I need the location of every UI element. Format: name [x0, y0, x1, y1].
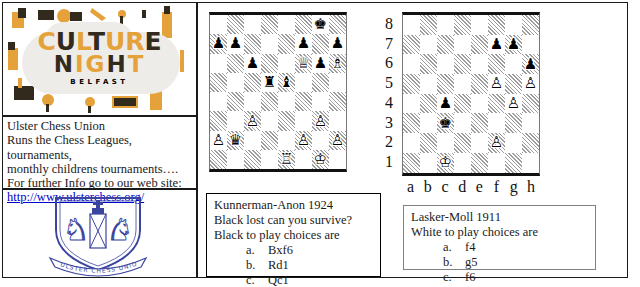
square-e5: ♝ [278, 73, 295, 92]
square-g3 [505, 113, 522, 133]
choice-b: b. Rd1 [246, 258, 373, 273]
square-b3 [420, 113, 437, 133]
white-king-piece: ♔ [314, 152, 327, 167]
flyer-page: CULTURE NIGHT BELFAST Ulster Chess Union… [0, 0, 640, 287]
rank-label: 2 [381, 132, 397, 152]
square-d5 [454, 74, 471, 94]
square-a2: ♙ [210, 131, 227, 150]
black-pawn-piece: ♟ [246, 56, 259, 71]
square-h3 [522, 113, 539, 133]
square-b5 [420, 74, 437, 94]
square-e8 [471, 15, 488, 35]
square-f8 [295, 15, 312, 34]
square-f3 [488, 113, 505, 133]
choice-c: c. Qc1 [246, 273, 373, 287]
square-a8 [210, 15, 227, 34]
square-f4 [488, 94, 505, 114]
square-d2 [454, 133, 471, 153]
black-pawn-piece: ♟ [331, 36, 344, 51]
choice-label: c. [443, 270, 465, 285]
square-b7 [420, 35, 437, 55]
rank-label: 8 [381, 14, 397, 34]
square-h6: ♗ [329, 54, 346, 73]
svg-text:♞: ♞ [63, 212, 90, 247]
choice-label: a. [246, 243, 268, 258]
puzzle-prompt: White to play choices are [411, 225, 588, 240]
square-a6 [403, 54, 420, 74]
square-g2 [312, 131, 329, 150]
logo-letter: H [106, 51, 127, 77]
puzzle-question: Black lost can you survive? [214, 213, 373, 228]
square-a7: ♟ [210, 34, 227, 53]
square-a3 [403, 113, 420, 133]
square-a4 [210, 92, 227, 111]
square-g6: ♟ [312, 54, 329, 73]
logo-subtitle-belfast: BELFAST [4, 79, 195, 86]
square-e7 [278, 34, 295, 53]
square-c2 [244, 131, 261, 150]
square-b1 [227, 150, 244, 169]
logo-letter: N [54, 51, 75, 77]
white-pawn-piece: ♙ [297, 133, 310, 148]
square-c4: ♟ [437, 94, 454, 114]
square-e4 [278, 92, 295, 111]
square-f1 [295, 150, 312, 169]
square-h1 [522, 153, 539, 173]
square-f3 [295, 111, 312, 130]
square-g8: ♚ [312, 15, 329, 34]
square-a7 [403, 35, 420, 55]
square-c5 [244, 73, 261, 92]
choice-b: b. g5 [443, 255, 588, 270]
puzzle-box-kunnerman: Kunnerman-Anon 1924 Black lost can you s… [206, 193, 381, 277]
choice-move: f6 [465, 270, 475, 285]
info-line: For further Info go to our web site: [7, 176, 195, 190]
square-h8 [329, 15, 346, 34]
black-pawn-piece: ♟ [524, 57, 537, 72]
file-label: a [402, 178, 419, 196]
square-e1: ♖ [278, 150, 295, 169]
square-g8 [505, 15, 522, 35]
square-h1 [329, 150, 346, 169]
square-c4 [244, 92, 261, 111]
black-bishop-piece: ♝ [280, 75, 293, 90]
square-e2 [471, 133, 488, 153]
file-labels: a b c d e f g h [402, 178, 540, 196]
square-a5 [210, 73, 227, 92]
square-a1 [210, 150, 227, 169]
puzzle-box-lasker: Lasker-Moll 1911 White to play choices a… [403, 205, 596, 270]
square-c1: ♔ [437, 153, 454, 173]
square-g2 [505, 133, 522, 153]
white-pawn-piece: ♙ [246, 114, 259, 129]
square-g4 [312, 92, 329, 111]
square-b1 [420, 153, 437, 173]
square-c6 [437, 54, 454, 74]
choice-a: a. Bxf6 [246, 243, 373, 258]
square-c3: ♚ [437, 113, 454, 133]
square-c5 [437, 74, 454, 94]
square-a3 [210, 111, 227, 130]
square-h8 [522, 15, 539, 35]
square-f5 [295, 73, 312, 92]
rank-label: 1 [381, 152, 397, 172]
square-d8 [454, 15, 471, 35]
choice-move: Bxf6 [268, 243, 293, 258]
white-pawn-piece: ♙ [490, 76, 503, 91]
white-rook-piece: ♖ [280, 152, 293, 167]
white-bishop-piece: ♗ [331, 56, 344, 71]
white-pawn-piece: ♙ [212, 133, 225, 148]
puzzle-title: Kunnerman-Anon 1924 [214, 198, 373, 213]
rank-label: 5 [381, 73, 397, 93]
square-d7 [261, 34, 278, 53]
black-pawn-piece: ♟ [314, 56, 327, 71]
square-a4 [403, 94, 420, 114]
square-d7 [454, 35, 471, 55]
white-pawn-piece: ♙ [524, 76, 537, 91]
square-e4 [471, 94, 488, 114]
square-d3 [454, 113, 471, 133]
square-f6: ♕ [295, 54, 312, 73]
black-queen-piece: ♛ [229, 133, 242, 148]
square-h5 [329, 73, 346, 92]
square-f2: ♙ [488, 133, 505, 153]
puzzle-prompt: Black to play choices are [214, 228, 373, 243]
choice-label: b. [246, 258, 268, 273]
square-f4 [295, 92, 312, 111]
chessboard-kunnerman-anon: ♚♟♟♟♟♟♕♟♗♜♝♙♙♙♛♙♙♖♔ [209, 12, 347, 172]
puzzle-title: Lasker-Moll 1911 [411, 210, 588, 225]
square-a5 [403, 74, 420, 94]
square-g5 [505, 74, 522, 94]
square-e3 [278, 111, 295, 130]
file-label: e [471, 178, 488, 196]
square-f6 [488, 54, 505, 74]
choice-label: b. [443, 255, 465, 270]
black-pawn-piece: ♟ [212, 36, 225, 51]
logo-letter: I [75, 51, 86, 77]
file-label: c [436, 178, 453, 196]
square-h5: ♙ [522, 74, 539, 94]
choice-move: Rd1 [268, 258, 289, 273]
square-b3 [227, 111, 244, 130]
square-d1 [261, 150, 278, 169]
logo-letter: E [145, 27, 162, 56]
square-b6 [227, 54, 244, 73]
square-e6 [471, 54, 488, 74]
square-f1 [488, 153, 505, 173]
divider [196, 2, 198, 278]
info-line: monthly childrens tournaments…. [7, 162, 195, 176]
square-c8 [437, 15, 454, 35]
square-h3 [329, 111, 346, 130]
black-pawn-piece: ♟ [297, 36, 310, 51]
file-label: f [488, 178, 505, 196]
chessboard-lasker-moll: ♟♟♟♙♙♟♙♚♙♔ [402, 12, 540, 176]
square-e6 [278, 54, 295, 73]
square-h2 [522, 133, 539, 153]
white-king-piece: ♔ [439, 155, 452, 170]
choice-move: Qc1 [268, 273, 289, 287]
org-name: Ulster Chess Union [7, 119, 195, 133]
square-b8 [227, 15, 244, 34]
square-e7 [471, 35, 488, 55]
rank-labels: 8 7 6 5 4 3 2 1 [381, 14, 397, 172]
white-pawn-piece: ♙ [490, 135, 503, 150]
square-d3 [261, 111, 278, 130]
square-g7 [312, 34, 329, 53]
choice-label: a. [443, 240, 465, 255]
rank-label: 7 [381, 34, 397, 54]
square-d2 [261, 131, 278, 150]
square-c3: ♙ [244, 111, 261, 130]
square-f8 [488, 15, 505, 35]
square-b6 [420, 54, 437, 74]
square-h4 [522, 94, 539, 114]
square-a1 [403, 153, 420, 173]
divider [2, 115, 197, 117]
info-line: Runs the Chess Leagues, tournaments, [7, 133, 195, 162]
rank-label: 6 [381, 53, 397, 73]
square-b5 [227, 73, 244, 92]
square-g1: ♔ [312, 150, 329, 169]
square-h7: ♟ [329, 34, 346, 53]
square-g1 [505, 153, 522, 173]
square-a8 [403, 15, 420, 35]
logo-title-night: NIGHT [4, 54, 195, 76]
square-f7: ♟ [488, 35, 505, 55]
square-f7: ♟ [295, 34, 312, 53]
white-pawn-piece: ♙ [507, 96, 520, 111]
black-pawn-piece: ♟ [229, 36, 242, 51]
logo-wordmark: CULTURE NIGHT BELFAST [4, 30, 195, 85]
square-b2: ♛ [227, 131, 244, 150]
square-b7: ♟ [227, 34, 244, 53]
square-e2 [278, 131, 295, 150]
white-queen-piece: ♕ [297, 56, 310, 71]
square-b4 [420, 94, 437, 114]
choice-move: g5 [465, 255, 478, 270]
square-e8 [278, 15, 295, 34]
file-label: b [419, 178, 436, 196]
square-g6 [505, 54, 522, 74]
black-pawn-piece: ♟ [507, 37, 520, 52]
choice-label: c. [246, 273, 268, 287]
square-e3 [471, 113, 488, 133]
square-d6 [454, 54, 471, 74]
choice-c: c. f6 [443, 270, 588, 285]
file-label: g [505, 178, 522, 196]
rank-label: 3 [381, 113, 397, 133]
culture-night-logo: CULTURE NIGHT BELFAST [4, 4, 195, 114]
square-c7 [244, 34, 261, 53]
square-c8 [244, 15, 261, 34]
square-h7 [522, 35, 539, 55]
square-c6: ♟ [244, 54, 261, 73]
square-e1 [471, 153, 488, 173]
logo-letter: G [85, 51, 106, 77]
rank-label: 4 [381, 93, 397, 113]
square-c1 [244, 150, 261, 169]
square-b4 [227, 92, 244, 111]
square-d6 [261, 54, 278, 73]
square-h6: ♟ [522, 54, 539, 74]
square-f5: ♙ [488, 74, 505, 94]
square-g4: ♙ [505, 94, 522, 114]
black-pawn-piece: ♟ [439, 96, 452, 111]
square-g5 [312, 73, 329, 92]
square-c7 [437, 35, 454, 55]
file-label: h [522, 178, 539, 196]
white-pawn-piece: ♙ [314, 114, 327, 129]
black-king-piece: ♚ [439, 116, 452, 131]
white-pawn-piece: ♙ [331, 133, 344, 148]
black-pawn-piece: ♟ [490, 37, 503, 52]
square-h2: ♙ [329, 131, 346, 150]
square-d8 [261, 15, 278, 34]
black-rook-piece: ♜ [263, 75, 276, 90]
square-a6 [210, 54, 227, 73]
square-d5: ♜ [261, 73, 278, 92]
square-c2 [437, 133, 454, 153]
choice-move: f4 [465, 240, 475, 255]
file-label: d [454, 178, 471, 196]
square-f2: ♙ [295, 131, 312, 150]
square-g3: ♙ [312, 111, 329, 130]
square-d1 [454, 153, 471, 173]
square-d4 [261, 92, 278, 111]
square-h4 [329, 92, 346, 111]
square-a2 [403, 133, 420, 153]
logo-letter: T [128, 51, 146, 77]
square-g7: ♟ [505, 35, 522, 55]
choice-a: a. f4 [443, 240, 588, 255]
square-e5 [471, 74, 488, 94]
black-king-piece: ♚ [314, 17, 327, 32]
ulster-chess-union-crest: ♞ ♞ ULSTER CHESS UNION [38, 192, 158, 280]
square-b8 [420, 15, 437, 35]
square-b2 [420, 133, 437, 153]
square-d4 [454, 94, 471, 114]
svg-text:♞: ♞ [107, 212, 134, 247]
